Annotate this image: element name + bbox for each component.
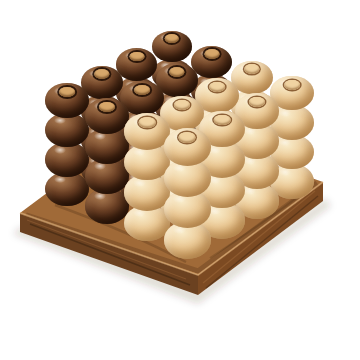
peg-hole xyxy=(284,80,300,90)
bead-light xyxy=(164,128,211,166)
peg-hole xyxy=(174,100,190,110)
bead-dark xyxy=(152,31,192,63)
peg-hole xyxy=(99,102,115,112)
bead-dark xyxy=(85,98,130,134)
peg-hole xyxy=(204,49,219,59)
peg-hole xyxy=(139,117,156,128)
peg-hole xyxy=(94,69,109,79)
bead-dark xyxy=(45,142,89,177)
peg-hole xyxy=(179,132,196,143)
peg-hole xyxy=(214,115,231,126)
peg-hole xyxy=(129,52,144,62)
peg-hole xyxy=(169,67,184,77)
peg-hole xyxy=(244,64,259,74)
bead-stacks-layer xyxy=(0,0,360,360)
peg-a0-b0[interactable] xyxy=(164,128,211,259)
peg-hole xyxy=(209,82,225,92)
peg-a3-b0[interactable] xyxy=(45,83,89,206)
bead-dark xyxy=(45,113,89,148)
peg-hole xyxy=(134,85,150,95)
peg-hole xyxy=(59,87,75,97)
peg-hole xyxy=(249,97,265,107)
score-four-photo xyxy=(0,0,360,360)
bead-dark xyxy=(45,172,89,207)
peg-a2-b0[interactable] xyxy=(85,98,130,224)
peg-hole xyxy=(165,34,179,43)
bead-dark xyxy=(45,83,89,118)
